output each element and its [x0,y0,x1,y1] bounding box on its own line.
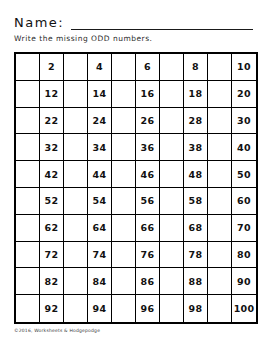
grid-cell-r10c7[interactable] [160,295,184,322]
grid-cell-r1c8: 8 [184,54,208,81]
grid-cell-r5c2: 42 [40,161,64,188]
grid-cell-r9c6: 86 [136,268,160,295]
grid-cell-r3c3[interactable] [64,108,88,135]
grid-cell-r10c1[interactable] [16,295,40,322]
grid-cell-r1c7[interactable] [160,54,184,81]
grid-cell-r5c8: 48 [184,161,208,188]
grid-cell-r9c5[interactable] [112,268,136,295]
grid-cell-r1c5[interactable] [112,54,136,81]
grid-cell-r6c1[interactable] [16,188,40,215]
grid-cell-r3c9[interactable] [208,108,232,135]
grid-cell-r10c8: 98 [184,295,208,322]
grid-cell-r8c6: 76 [136,242,160,269]
grid-cell-r4c9[interactable] [208,134,232,161]
grid-cell-r10c5[interactable] [112,295,136,322]
grid-cell-r5c7[interactable] [160,161,184,188]
worksheet-page: Name: Write the missing ODD numbers. 246… [0,0,271,350]
grid-cell-r4c3[interactable] [64,134,88,161]
grid-cell-r2c2: 12 [40,81,64,108]
grid-cell-r1c2: 2 [40,54,64,81]
grid-cell-r4c1[interactable] [16,134,40,161]
grid-cell-r10c4: 94 [88,295,112,322]
grid-cell-r2c3[interactable] [64,81,88,108]
grid-cell-r10c3[interactable] [64,295,88,322]
grid-cell-r1c1[interactable] [16,54,40,81]
name-row: Name: [14,13,258,30]
grid-cell-r2c8: 18 [184,81,208,108]
grid-cell-r8c8: 78 [184,242,208,269]
grid-cell-r6c2: 52 [40,188,64,215]
grid-cell-r3c2: 22 [40,108,64,135]
grid-cell-r7c2: 62 [40,215,64,242]
name-input-line[interactable] [71,15,253,30]
grid-cell-r10c9[interactable] [208,295,232,322]
grid-cell-r9c1[interactable] [16,268,40,295]
number-grid: 2468101214161820222426283032343638404244… [14,52,258,324]
grid-cell-r3c4: 24 [88,108,112,135]
grid-cell-r6c6: 56 [136,188,160,215]
grid-cell-r6c9[interactable] [208,188,232,215]
grid-cell-r8c5[interactable] [112,242,136,269]
grid-cell-r8c9[interactable] [208,242,232,269]
grid-cell-r7c7[interactable] [160,215,184,242]
grid-cell-r8c3[interactable] [64,242,88,269]
grid-cell-r7c6: 66 [136,215,160,242]
grid-cell-r2c4: 14 [88,81,112,108]
grid-cell-r7c5[interactable] [112,215,136,242]
grid-cell-r7c4: 64 [88,215,112,242]
grid-cell-r4c4: 34 [88,134,112,161]
grid-cell-r3c6: 26 [136,108,160,135]
grid-cell-r5c1[interactable] [16,161,40,188]
grid-cell-r9c2: 82 [40,268,64,295]
grid-cell-r6c10: 60 [232,188,256,215]
grid-cell-r2c6: 16 [136,81,160,108]
grid-cell-r10c2: 92 [40,295,64,322]
grid-cell-r7c10: 70 [232,215,256,242]
grid-cell-r2c7[interactable] [160,81,184,108]
grid-cell-r2c10: 20 [232,81,256,108]
grid-cell-r2c5[interactable] [112,81,136,108]
grid-cell-r1c3[interactable] [64,54,88,81]
name-label: Name: [14,15,64,30]
grid-cell-r2c1[interactable] [16,81,40,108]
instructions-text: Write the missing ODD numbers. [14,34,258,46]
grid-cell-r9c7[interactable] [160,268,184,295]
grid-cell-r5c6: 46 [136,161,160,188]
grid-cell-r6c4: 54 [88,188,112,215]
grid-cell-r8c2: 72 [40,242,64,269]
copyright-credit: ©2016, Worksheets & Hodgepodge [14,328,258,333]
grid-cell-r6c3[interactable] [64,188,88,215]
grid-cell-r7c8: 68 [184,215,208,242]
grid-cell-r5c10: 50 [232,161,256,188]
grid-cell-r4c8: 38 [184,134,208,161]
grid-cell-r5c5[interactable] [112,161,136,188]
grid-cell-r7c3[interactable] [64,215,88,242]
grid-cell-r10c6: 96 [136,295,160,322]
grid-cell-r8c7[interactable] [160,242,184,269]
grid-cell-r3c7[interactable] [160,108,184,135]
grid-cell-r6c8: 58 [184,188,208,215]
grid-cell-r8c1[interactable] [16,242,40,269]
grid-cell-r9c3[interactable] [64,268,88,295]
grid-cell-r4c7[interactable] [160,134,184,161]
grid-cell-r1c9[interactable] [208,54,232,81]
grid-cell-r9c8: 88 [184,268,208,295]
grid-cell-r8c10: 80 [232,242,256,269]
grid-cell-r10c10: 100 [232,295,256,322]
grid-cell-r6c7[interactable] [160,188,184,215]
grid-cell-r7c9[interactable] [208,215,232,242]
grid-cell-r7c1[interactable] [16,215,40,242]
grid-cell-r9c10: 90 [232,268,256,295]
grid-cell-r3c10: 30 [232,108,256,135]
grid-cell-r6c5[interactable] [112,188,136,215]
grid-cell-r1c4: 4 [88,54,112,81]
grid-cell-r4c2: 32 [40,134,64,161]
grid-cell-r5c9[interactable] [208,161,232,188]
grid-cell-r1c6: 6 [136,54,160,81]
grid-cell-r3c1[interactable] [16,108,40,135]
grid-cell-r5c3[interactable] [64,161,88,188]
grid-cell-r4c10: 40 [232,134,256,161]
grid-cell-r1c10: 10 [232,54,256,81]
grid-cell-r5c4: 44 [88,161,112,188]
grid-cell-r4c5[interactable] [112,134,136,161]
grid-cell-r3c8: 28 [184,108,208,135]
grid-cell-r3c5[interactable] [112,108,136,135]
grid-cell-r9c4: 84 [88,268,112,295]
grid-cell-r4c6: 36 [136,134,160,161]
grid-cell-r9c9[interactable] [208,268,232,295]
grid-cell-r2c9[interactable] [208,81,232,108]
grid-cell-r8c4: 74 [88,242,112,269]
